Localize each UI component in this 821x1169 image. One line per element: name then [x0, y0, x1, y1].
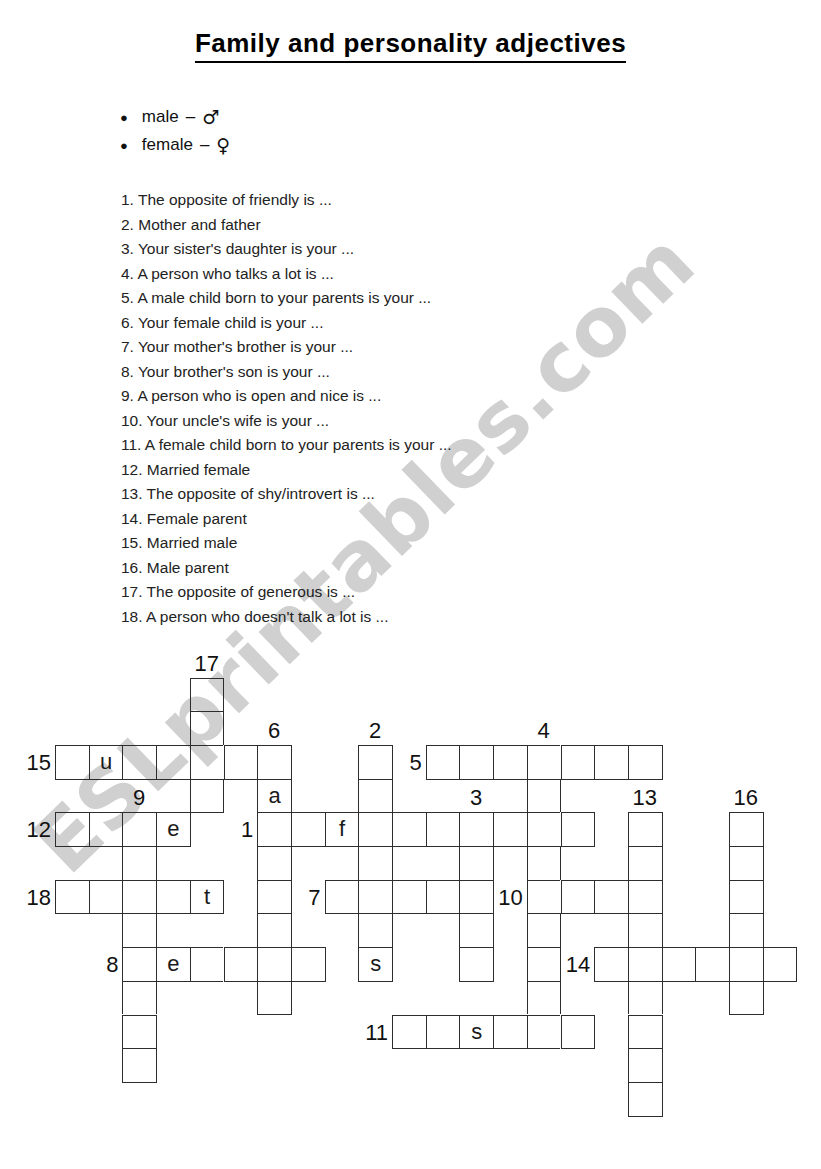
grid-cell-r4-c9[interactable]	[358, 812, 392, 846]
grid-cell-r2-c9[interactable]	[358, 745, 393, 779]
grid-cell-r8-c21[interactable]	[763, 947, 798, 982]
grid-cell-r8-c3[interactable]: e	[156, 947, 190, 982]
grid-cell-r4-c12[interactable]	[459, 812, 493, 846]
grid-cell-r2-c2[interactable]	[122, 745, 156, 780]
grid-cell-r5-c14[interactable]	[527, 846, 562, 880]
prefilled-letter: f	[326, 813, 359, 845]
prefilled-letter: e	[157, 948, 190, 980]
grid-cell-r0-c4[interactable]	[190, 678, 225, 712]
grid-cell-r8-c4[interactable]	[190, 947, 224, 982]
grid-cell-r10-c12[interactable]: s	[459, 1015, 493, 1050]
grid-cell-r2-c0[interactable]	[55, 745, 89, 780]
grid-cell-r4-c17[interactable]	[628, 812, 663, 846]
entry-number-13: 13	[625, 785, 665, 810]
grid-cell-r10-c17[interactable]	[628, 1015, 663, 1049]
grid-cell-r5-c2[interactable]	[122, 846, 157, 880]
grid-cell-r6-c15[interactable]	[561, 880, 595, 915]
grid-cell-r2-c13[interactable]	[493, 745, 527, 780]
grid-cell-r11-c2[interactable]	[122, 1048, 157, 1083]
worksheet-page: ESLprintables.com Family and personality…	[0, 0, 821, 1169]
grid-cell-r12-c17[interactable]	[628, 1082, 663, 1117]
grid-cell-r8-c19[interactable]	[695, 947, 729, 982]
grid-cell-r10-c11[interactable]	[426, 1015, 460, 1050]
grid-cell-r5-c17[interactable]	[628, 846, 663, 880]
grid-cell-r6-c4[interactable]: t	[190, 880, 225, 915]
grid-cell-r8-c6[interactable]	[257, 947, 291, 981]
grid-cell-r4-c10[interactable]	[392, 812, 426, 847]
grid-cell-r4-c2[interactable]	[122, 812, 156, 846]
prefilled-letter: u	[90, 746, 123, 778]
entry-number-10: 10	[493, 885, 523, 910]
entry-number-18: 18	[21, 885, 51, 910]
entry-number-7: 7	[291, 885, 321, 910]
grid-cell-r2-c16[interactable]	[594, 745, 628, 780]
grid-cell-r7-c20[interactable]	[729, 913, 764, 947]
prefilled-letter: a	[258, 780, 291, 812]
grid-cell-r2-c6[interactable]	[257, 745, 292, 779]
grid-cell-r4-c20[interactable]	[729, 812, 764, 846]
grid-cell-r5-c12[interactable]	[459, 846, 494, 880]
grid-cell-r7-c9[interactable]	[358, 913, 393, 947]
grid-cell-r8-c18[interactable]	[662, 947, 696, 982]
entry-number-11: 11	[358, 1020, 388, 1045]
entry-number-1: 1	[223, 817, 253, 842]
grid-cell-r6-c17[interactable]	[628, 880, 663, 914]
grid-cell-r6-c11[interactable]	[426, 880, 460, 915]
entry-number-6: 6	[254, 718, 294, 743]
grid-cell-r6-c2[interactable]	[122, 880, 156, 914]
prefilled-letter: t	[191, 881, 224, 913]
grid-cell-r4-c6[interactable]	[257, 812, 291, 846]
grid-cell-r5-c6[interactable]	[257, 846, 292, 880]
grid-cell-r9-c14[interactable]	[527, 981, 562, 1015]
grid-cell-r6-c8[interactable]	[325, 880, 359, 915]
entry-number-17: 17	[187, 651, 227, 676]
grid-cell-r4-c14[interactable]	[527, 812, 561, 846]
prefilled-letter: e	[157, 813, 190, 845]
grid-cell-r2-c1[interactable]: u	[89, 745, 123, 780]
grid-cell-r9-c17[interactable]	[628, 981, 663, 1015]
entry-number-15: 15	[21, 750, 51, 775]
entry-number-3: 3	[456, 785, 496, 810]
prefilled-letter: s	[359, 948, 392, 980]
grid-cell-r4-c13[interactable]	[493, 812, 527, 847]
crossword-grid: uaeftess171562541291313161871081411	[0, 0, 821, 1169]
grid-cell-r3-c4[interactable]	[190, 779, 225, 814]
grid-cell-r4-c8[interactable]: f	[325, 812, 359, 847]
grid-cell-r10-c13[interactable]	[493, 1015, 527, 1050]
grid-cell-r2-c11[interactable]	[426, 745, 460, 780]
grid-cell-r9-c20[interactable]	[729, 981, 764, 1016]
grid-cell-r8-c16[interactable]	[594, 947, 628, 982]
prefilled-letter: s	[460, 1016, 493, 1048]
grid-cell-r7-c6[interactable]	[257, 913, 292, 947]
grid-cell-r6-c16[interactable]	[594, 880, 628, 915]
grid-cell-r2-c5[interactable]	[224, 745, 258, 780]
grid-cell-r6-c9[interactable]	[358, 880, 392, 914]
grid-cell-r6-c14[interactable]	[527, 880, 561, 914]
grid-cell-r6-c12[interactable]	[459, 880, 494, 914]
grid-cell-r4-c3[interactable]: e	[156, 812, 191, 847]
grid-cell-r10-c14[interactable]	[527, 1015, 561, 1050]
grid-cell-r8-c17[interactable]	[628, 947, 662, 981]
grid-cell-r2-c4[interactable]	[190, 745, 224, 779]
grid-cell-r7-c14[interactable]	[527, 913, 562, 947]
entry-number-8: 8	[88, 952, 118, 977]
grid-cell-r6-c0[interactable]	[55, 880, 89, 915]
grid-cell-r10-c10[interactable]	[392, 1015, 426, 1050]
grid-cell-r3-c6[interactable]: a	[257, 779, 292, 813]
grid-cell-r2-c15[interactable]	[561, 745, 595, 780]
grid-cell-r4-c1[interactable]	[89, 812, 123, 847]
grid-cell-r9-c6[interactable]	[257, 981, 292, 1016]
entry-number-5: 5	[392, 750, 422, 775]
grid-cell-r2-c17[interactable]	[628, 745, 663, 780]
grid-cell-r4-c11[interactable]	[426, 812, 460, 847]
entry-number-4: 4	[524, 718, 564, 743]
grid-cell-r8-c7[interactable]	[291, 947, 326, 982]
grid-cell-r6-c6[interactable]	[257, 880, 292, 914]
grid-cell-r2-c3[interactable]	[156, 745, 190, 780]
grid-cell-r8-c9[interactable]: s	[358, 947, 393, 982]
grid-cell-r4-c0[interactable]	[55, 812, 89, 847]
grid-cell-r10-c15[interactable]	[561, 1015, 596, 1050]
grid-cell-r6-c20[interactable]	[729, 880, 764, 914]
grid-cell-r8-c5[interactable]	[224, 947, 258, 982]
grid-cell-r7-c12[interactable]	[459, 913, 494, 947]
grid-cell-r6-c10[interactable]	[392, 880, 426, 915]
grid-cell-r9-c2[interactable]	[122, 981, 157, 1015]
grid-cell-r2-c14[interactable]	[527, 745, 561, 779]
grid-cell-r6-c1[interactable]	[89, 880, 123, 915]
entry-number-12: 12	[21, 817, 51, 842]
grid-cell-r4-c15[interactable]	[561, 812, 596, 847]
grid-cell-r5-c9[interactable]	[358, 846, 393, 880]
grid-cell-r3-c9[interactable]	[358, 779, 393, 813]
entry-number-14: 14	[560, 952, 590, 977]
grid-cell-r2-c12[interactable]	[459, 745, 493, 780]
grid-cell-r8-c2[interactable]	[122, 947, 156, 981]
grid-cell-r7-c2[interactable]	[122, 913, 157, 947]
entry-number-9: 9	[119, 785, 159, 810]
grid-cell-r8-c20[interactable]	[729, 947, 763, 981]
grid-cell-r11-c17[interactable]	[628, 1048, 663, 1082]
grid-cell-r5-c20[interactable]	[729, 846, 764, 880]
entry-number-2: 2	[355, 718, 395, 743]
grid-cell-r1-c4[interactable]	[190, 711, 225, 745]
grid-cell-r10-c2[interactable]	[122, 1015, 157, 1049]
grid-cell-r7-c17[interactable]	[628, 913, 663, 947]
grid-cell-r6-c3[interactable]	[156, 880, 190, 915]
grid-cell-r8-c14[interactable]	[527, 947, 562, 981]
grid-cell-r4-c7[interactable]	[291, 812, 325, 847]
grid-cell-r3-c14[interactable]	[527, 779, 562, 813]
entry-number-16: 16	[726, 785, 766, 810]
grid-cell-r8-c12[interactable]	[459, 947, 494, 982]
